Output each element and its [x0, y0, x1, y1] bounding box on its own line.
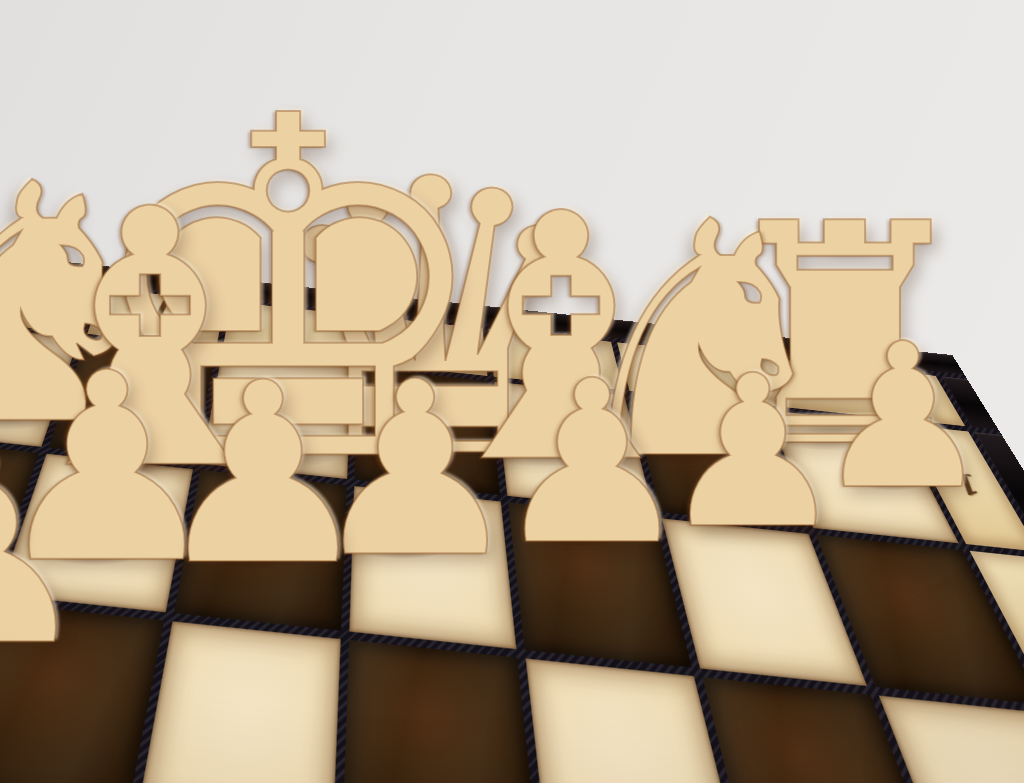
piece-white-pawn-g2[interactable]: ♟: [0, 413, 96, 683]
product-photo-stage: hgfedcba12345678 ♞♝♚♛♝♞♜♟♟♟♟♟♟♟: [0, 0, 1024, 783]
pieces-layer: ♞♝♚♛♝♞♜♟♟♟♟♟♟♟: [0, 0, 1024, 783]
piece-white-pawn-e2[interactable]: ♟: [151, 350, 375, 600]
